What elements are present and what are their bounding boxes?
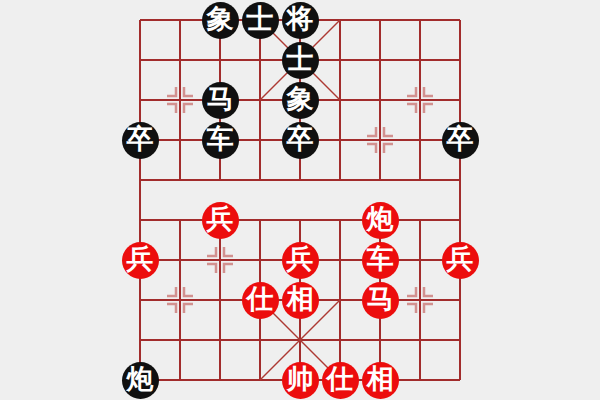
xiangqi-board-stage: 象士将士马象卒车卒卒兵炮兵兵车兵仕相马炮帅仕相 xyxy=(0,0,600,400)
piece-black-soldier[interactable]: 卒 xyxy=(122,122,159,159)
piece-red-horse[interactable]: 马 xyxy=(362,282,399,319)
piece-red-general[interactable]: 帅 xyxy=(282,362,319,399)
piece-red-soldier[interactable]: 兵 xyxy=(202,202,239,239)
piece-black-advisor[interactable]: 士 xyxy=(242,2,279,39)
pieces-grid: 象士将士马象卒车卒卒兵炮兵兵车兵仕相马炮帅仕相 xyxy=(120,0,480,400)
piece-black-soldier[interactable]: 卒 xyxy=(442,122,479,159)
piece-red-advisor[interactable]: 仕 xyxy=(322,362,359,399)
piece-black-horse[interactable]: 马 xyxy=(202,82,239,119)
piece-black-cannon[interactable]: 炮 xyxy=(122,362,159,399)
piece-black-advisor[interactable]: 士 xyxy=(282,42,319,79)
piece-red-chariot[interactable]: 车 xyxy=(362,242,399,279)
piece-red-soldier[interactable]: 兵 xyxy=(282,242,319,279)
piece-black-general[interactable]: 将 xyxy=(282,2,319,39)
piece-black-chariot[interactable]: 车 xyxy=(202,122,239,159)
piece-red-elephant[interactable]: 相 xyxy=(282,282,319,319)
piece-black-elephant[interactable]: 象 xyxy=(202,2,239,39)
piece-red-elephant[interactable]: 相 xyxy=(362,362,399,399)
piece-red-soldier[interactable]: 兵 xyxy=(122,242,159,279)
piece-red-advisor[interactable]: 仕 xyxy=(242,282,279,319)
piece-black-elephant[interactable]: 象 xyxy=(282,82,319,119)
piece-red-soldier[interactable]: 兵 xyxy=(442,242,479,279)
piece-black-soldier[interactable]: 卒 xyxy=(282,122,319,159)
piece-red-cannon[interactable]: 炮 xyxy=(362,202,399,239)
